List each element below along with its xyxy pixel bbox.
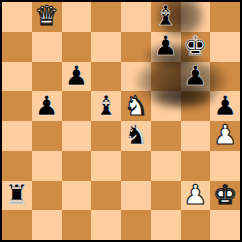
- square-e1[interactable]: [121, 210, 151, 240]
- black-pawn[interactable]: ♟: [154, 32, 178, 59]
- square-d6[interactable]: [91, 62, 121, 92]
- square-b1[interactable]: [32, 210, 62, 240]
- square-h1[interactable]: [210, 210, 240, 240]
- black-rook[interactable]: ♜: [5, 181, 29, 208]
- square-e6[interactable]: [121, 62, 151, 92]
- black-king[interactable]: ♚: [183, 32, 207, 59]
- square-f8[interactable]: ♝: [151, 2, 181, 32]
- square-b4[interactable]: [32, 121, 62, 151]
- square-c7[interactable]: [62, 32, 92, 62]
- square-c1[interactable]: [62, 210, 92, 240]
- square-f3[interactable]: [151, 151, 181, 181]
- black-pawn[interactable]: ♟: [35, 92, 59, 119]
- square-e8[interactable]: [121, 2, 151, 32]
- square-c8[interactable]: [62, 2, 92, 32]
- square-h2[interactable]: ♚: [210, 181, 240, 211]
- square-b2[interactable]: [32, 181, 62, 211]
- square-f1[interactable]: [151, 210, 181, 240]
- square-a3[interactable]: [2, 151, 32, 181]
- square-b6[interactable]: [32, 62, 62, 92]
- square-d3[interactable]: [91, 151, 121, 181]
- square-g4[interactable]: [181, 121, 211, 151]
- square-e5[interactable]: ♞: [121, 91, 151, 121]
- square-d1[interactable]: [91, 210, 121, 240]
- square-a4[interactable]: [2, 121, 32, 151]
- square-a5[interactable]: [2, 91, 32, 121]
- white-knight[interactable]: ♞: [124, 92, 148, 119]
- square-b8[interactable]: ♛: [32, 2, 62, 32]
- square-g1[interactable]: [181, 210, 211, 240]
- white-queen[interactable]: ♛: [35, 2, 59, 29]
- black-bishop[interactable]: ♝: [94, 92, 118, 119]
- square-b3[interactable]: [32, 151, 62, 181]
- square-b5[interactable]: ♟: [32, 91, 62, 121]
- square-d2[interactable]: [91, 181, 121, 211]
- chess-board: ♛♝♟♚♟♟♟♝♞♟♞♟♜♟♚: [2, 2, 240, 240]
- square-c5[interactable]: [62, 91, 92, 121]
- square-e4[interactable]: ♞: [121, 121, 151, 151]
- square-d7[interactable]: [91, 32, 121, 62]
- white-king[interactable]: ♚: [213, 181, 237, 208]
- square-a8[interactable]: [2, 2, 32, 32]
- square-h4[interactable]: ♟: [210, 121, 240, 151]
- square-h6[interactable]: [210, 62, 240, 92]
- square-g2[interactable]: ♟: [181, 181, 211, 211]
- square-f4[interactable]: [151, 121, 181, 151]
- white-pawn[interactable]: ♟: [183, 181, 207, 208]
- square-c3[interactable]: [62, 151, 92, 181]
- square-g3[interactable]: [181, 151, 211, 181]
- square-e2[interactable]: [121, 181, 151, 211]
- square-d5[interactable]: ♝: [91, 91, 121, 121]
- square-a1[interactable]: [2, 210, 32, 240]
- black-pawn[interactable]: ♟: [183, 62, 207, 89]
- square-e3[interactable]: [121, 151, 151, 181]
- square-g8[interactable]: [181, 2, 211, 32]
- square-c6[interactable]: ♟: [62, 62, 92, 92]
- white-pawn[interactable]: ♟: [213, 121, 237, 148]
- square-c2[interactable]: [62, 181, 92, 211]
- square-h8[interactable]: [210, 2, 240, 32]
- square-h5[interactable]: ♟: [210, 91, 240, 121]
- square-h7[interactable]: [210, 32, 240, 62]
- square-h3[interactable]: [210, 151, 240, 181]
- chess-board-frame: ♛♝♟♚♟♟♟♝♞♟♞♟♜♟♚: [0, 0, 242, 242]
- square-a6[interactable]: [2, 62, 32, 92]
- square-d4[interactable]: [91, 121, 121, 151]
- square-e7[interactable]: [121, 32, 151, 62]
- square-g7[interactable]: ♚: [181, 32, 211, 62]
- square-a2[interactable]: ♜: [2, 181, 32, 211]
- black-bishop[interactable]: ♝: [154, 2, 178, 29]
- black-knight[interactable]: ♞: [124, 121, 148, 148]
- square-f5[interactable]: [151, 91, 181, 121]
- square-c4[interactable]: [62, 121, 92, 151]
- square-a7[interactable]: [2, 32, 32, 62]
- square-g6[interactable]: ♟: [181, 62, 211, 92]
- black-pawn[interactable]: ♟: [213, 92, 237, 119]
- black-pawn[interactable]: ♟: [64, 62, 88, 89]
- square-g5[interactable]: [181, 91, 211, 121]
- square-f7[interactable]: ♟: [151, 32, 181, 62]
- square-b7[interactable]: [32, 32, 62, 62]
- square-d8[interactable]: [91, 2, 121, 32]
- square-f2[interactable]: [151, 181, 181, 211]
- square-f6[interactable]: [151, 62, 181, 92]
